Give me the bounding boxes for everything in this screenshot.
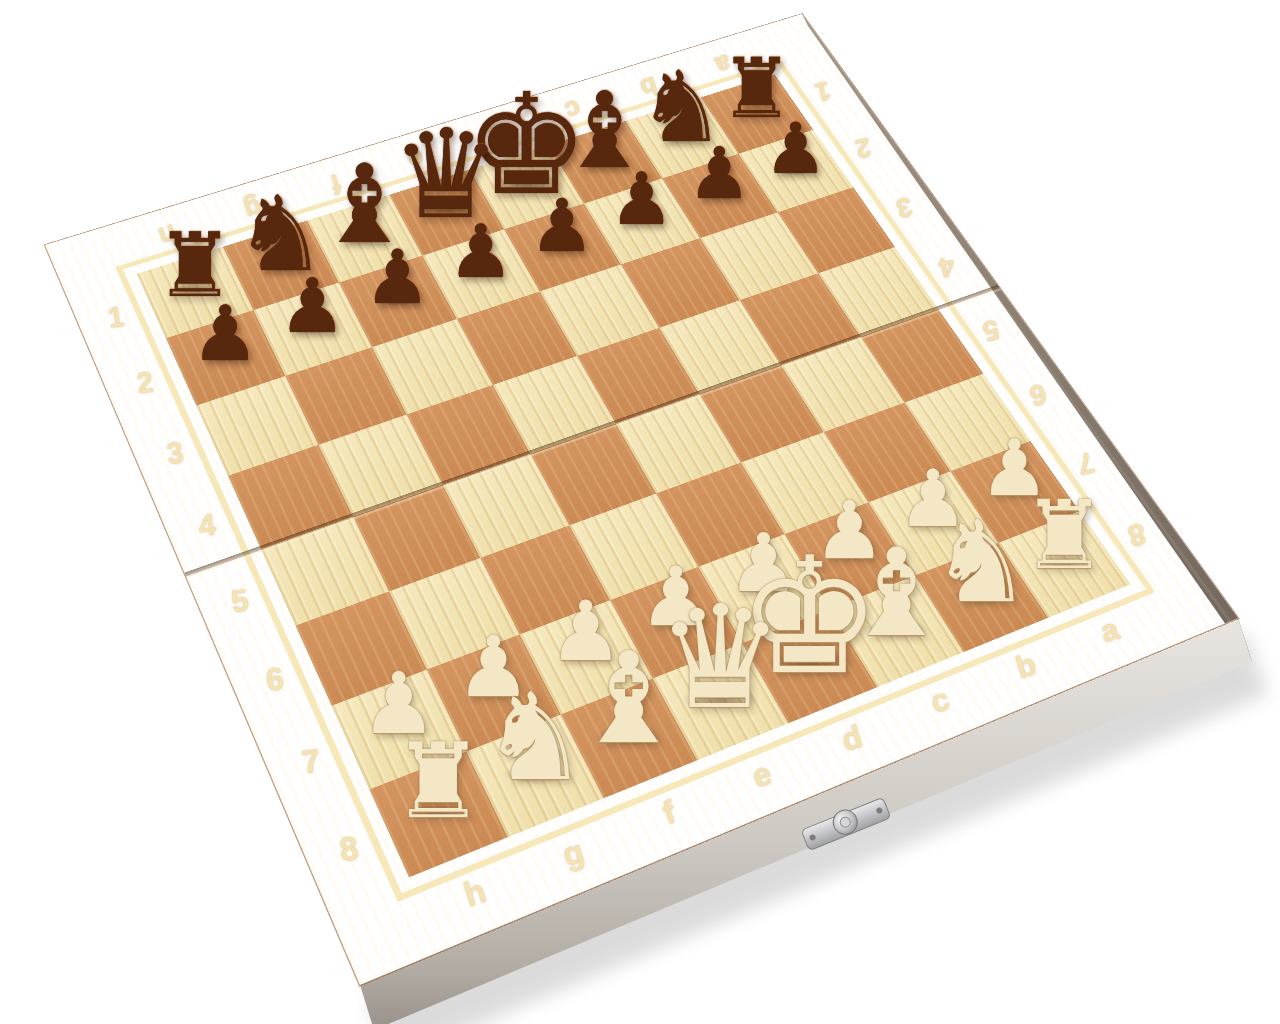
piece-black-pawn-a2[interactable]: ♟ [764, 114, 827, 185]
piece-white-bishop-f8[interactable]: ♝ [572, 636, 685, 762]
piece-white-rook-a8[interactable]: ♜ [1021, 488, 1106, 583]
piece-black-pawn-f2[interactable]: ♟ [364, 241, 431, 316]
piece-black-pawn-g2[interactable]: ♟ [279, 268, 347, 344]
piece-black-pawn-c2[interactable]: ♟ [609, 163, 674, 235]
piece-black-pawn-h2[interactable]: ♟ [191, 296, 259, 372]
pieces-layer: ♜♞♝♚♛♝♞♜♟♟♟♟♟♟♟♟♟♟♟♟♟♟♟♟♜♞♝♚♛♝♞♜ [0, 0, 1280, 1024]
photo-canvas: aabbccddeeffgghh1122334455667788 ♜♞♝♚♛♝♞… [0, 0, 1280, 1024]
piece-white-rook-h8[interactable]: ♜ [392, 730, 485, 834]
piece-white-knight-g8[interactable]: ♞ [480, 678, 588, 799]
piece-black-pawn-e2[interactable]: ♟ [448, 214, 514, 288]
clasp-latch [784, 786, 914, 870]
piece-black-pawn-d2[interactable]: ♟ [529, 188, 594, 261]
piece-black-pawn-b2[interactable]: ♟ [687, 138, 751, 209]
